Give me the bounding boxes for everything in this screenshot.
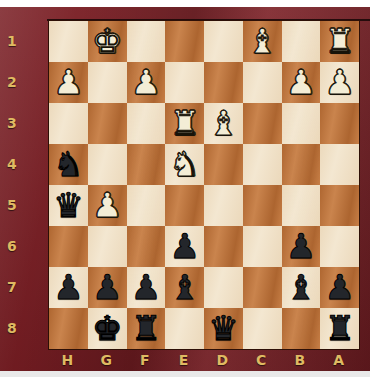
square-h2[interactable]: ♟ [49, 62, 88, 103]
rank-label-2: 2 [0, 61, 48, 102]
chess-board: ♚♝♜♟♟♟♟♜♝♞♞♛♟♟♟♟♟♟♝♝♟♚♜♛♜ [48, 20, 360, 350]
square-h3[interactable] [49, 103, 88, 144]
square-e3[interactable]: ♜ [165, 103, 204, 144]
square-g8[interactable]: ♚ [88, 308, 127, 349]
piece-black-pawn[interactable]: ♟ [92, 270, 122, 304]
square-f4[interactable] [127, 144, 166, 185]
file-label-h: H [48, 349, 87, 370]
square-h4[interactable]: ♞ [49, 144, 88, 185]
piece-black-pawn[interactable]: ♟ [53, 270, 83, 304]
piece-black-bishop[interactable]: ♝ [169, 270, 199, 304]
piece-black-rook[interactable]: ♜ [131, 311, 161, 345]
square-b7[interactable]: ♝ [282, 267, 321, 308]
rank-label-4: 4 [0, 143, 48, 184]
rank-label-3: 3 [0, 102, 48, 143]
square-h1[interactable] [49, 21, 88, 62]
square-f6[interactable] [127, 226, 166, 267]
square-f5[interactable] [127, 185, 166, 226]
square-d8[interactable]: ♛ [204, 308, 243, 349]
square-b4[interactable] [282, 144, 321, 185]
square-h5[interactable]: ♛ [49, 185, 88, 226]
square-c5[interactable] [243, 185, 282, 226]
square-e5[interactable] [165, 185, 204, 226]
piece-white-bishop[interactable]: ♝ [247, 24, 277, 58]
square-a7[interactable]: ♟ [320, 267, 359, 308]
square-f8[interactable]: ♜ [127, 308, 166, 349]
square-e4[interactable]: ♞ [165, 144, 204, 185]
square-g6[interactable] [88, 226, 127, 267]
square-b6[interactable]: ♟ [282, 226, 321, 267]
square-f2[interactable]: ♟ [127, 62, 166, 103]
square-b5[interactable] [282, 185, 321, 226]
square-f1[interactable] [127, 21, 166, 62]
piece-white-pawn[interactable]: ♟ [53, 65, 83, 99]
square-g4[interactable] [88, 144, 127, 185]
square-h7[interactable]: ♟ [49, 267, 88, 308]
chess-diagram-page: 12345678 ♚♝♜♟♟♟♟♜♝♞♞♛♟♟♟♟♟♟♝♝♟♚♜♛♜ HGFED… [0, 0, 370, 377]
piece-black-knight[interactable]: ♞ [53, 147, 83, 181]
square-c3[interactable] [243, 103, 282, 144]
square-e8[interactable] [165, 308, 204, 349]
square-c4[interactable] [243, 144, 282, 185]
square-h6[interactable] [49, 226, 88, 267]
square-d6[interactable] [204, 226, 243, 267]
file-label-d: D [203, 349, 242, 370]
square-a8[interactable]: ♜ [320, 308, 359, 349]
square-c2[interactable] [243, 62, 282, 103]
board-frame: 12345678 ♚♝♜♟♟♟♟♜♝♞♞♛♟♟♟♟♟♟♝♝♟♚♜♛♜ HGFED… [0, 7, 370, 371]
rank-label-1: 1 [0, 20, 48, 61]
square-c7[interactable] [243, 267, 282, 308]
square-a2[interactable]: ♟ [320, 62, 359, 103]
square-g2[interactable] [88, 62, 127, 103]
square-d2[interactable] [204, 62, 243, 103]
square-b2[interactable]: ♟ [282, 62, 321, 103]
square-e2[interactable] [165, 62, 204, 103]
square-d1[interactable] [204, 21, 243, 62]
piece-white-rook[interactable]: ♜ [324, 24, 354, 58]
piece-white-pawn[interactable]: ♟ [286, 65, 316, 99]
bottom-strip [0, 371, 370, 377]
piece-black-pawn[interactable]: ♟ [286, 229, 316, 263]
square-g1[interactable]: ♚ [88, 21, 127, 62]
piece-white-knight[interactable]: ♞ [169, 147, 199, 181]
rank-label-6: 6 [0, 225, 48, 266]
piece-black-pawn[interactable]: ♟ [324, 270, 354, 304]
rank-label-8: 8 [0, 307, 48, 348]
piece-black-queen[interactable]: ♛ [53, 188, 83, 222]
rank-label-7: 7 [0, 266, 48, 307]
square-g5[interactable]: ♟ [88, 185, 127, 226]
file-label-a: A [319, 349, 358, 370]
square-a5[interactable] [320, 185, 359, 226]
square-c6[interactable] [243, 226, 282, 267]
square-e7[interactable]: ♝ [165, 267, 204, 308]
piece-white-rook[interactable]: ♜ [169, 106, 199, 140]
square-a3[interactable] [320, 103, 359, 144]
square-c8[interactable] [243, 308, 282, 349]
file-label-b: B [281, 349, 320, 370]
piece-white-king[interactable]: ♚ [92, 24, 122, 58]
piece-white-pawn[interactable]: ♟ [92, 188, 122, 222]
top-strip [0, 0, 370, 7]
square-e1[interactable] [165, 21, 204, 62]
piece-black-pawn[interactable]: ♟ [169, 229, 199, 263]
file-label-g: G [87, 349, 126, 370]
piece-black-king[interactable]: ♚ [92, 311, 122, 345]
square-d3[interactable]: ♝ [204, 103, 243, 144]
square-g3[interactable] [88, 103, 127, 144]
square-b3[interactable] [282, 103, 321, 144]
square-a4[interactable] [320, 144, 359, 185]
rank-label-5: 5 [0, 184, 48, 225]
square-e6[interactable]: ♟ [165, 226, 204, 267]
file-label-e: E [164, 349, 203, 370]
file-label-c: C [242, 349, 281, 370]
piece-white-bishop[interactable]: ♝ [208, 106, 238, 140]
square-b1[interactable] [282, 21, 321, 62]
square-f7[interactable]: ♟ [127, 267, 166, 308]
piece-black-pawn[interactable]: ♟ [131, 270, 161, 304]
file-label-f: F [126, 349, 165, 370]
file-labels: HGFEDCBA [48, 349, 358, 370]
square-d4[interactable] [204, 144, 243, 185]
square-b8[interactable] [282, 308, 321, 349]
piece-white-pawn[interactable]: ♟ [131, 65, 161, 99]
square-h8[interactable] [49, 308, 88, 349]
square-a1[interactable]: ♜ [320, 21, 359, 62]
piece-black-queen[interactable]: ♛ [208, 311, 238, 345]
piece-black-rook[interactable]: ♜ [324, 311, 354, 345]
piece-white-pawn[interactable]: ♟ [324, 65, 354, 99]
rank-labels: 12345678 [0, 20, 48, 348]
square-d7[interactable] [204, 267, 243, 308]
square-g7[interactable]: ♟ [88, 267, 127, 308]
square-f3[interactable] [127, 103, 166, 144]
square-c1[interactable]: ♝ [243, 21, 282, 62]
square-a6[interactable] [320, 226, 359, 267]
square-d5[interactable] [204, 185, 243, 226]
piece-black-bishop[interactable]: ♝ [286, 270, 316, 304]
